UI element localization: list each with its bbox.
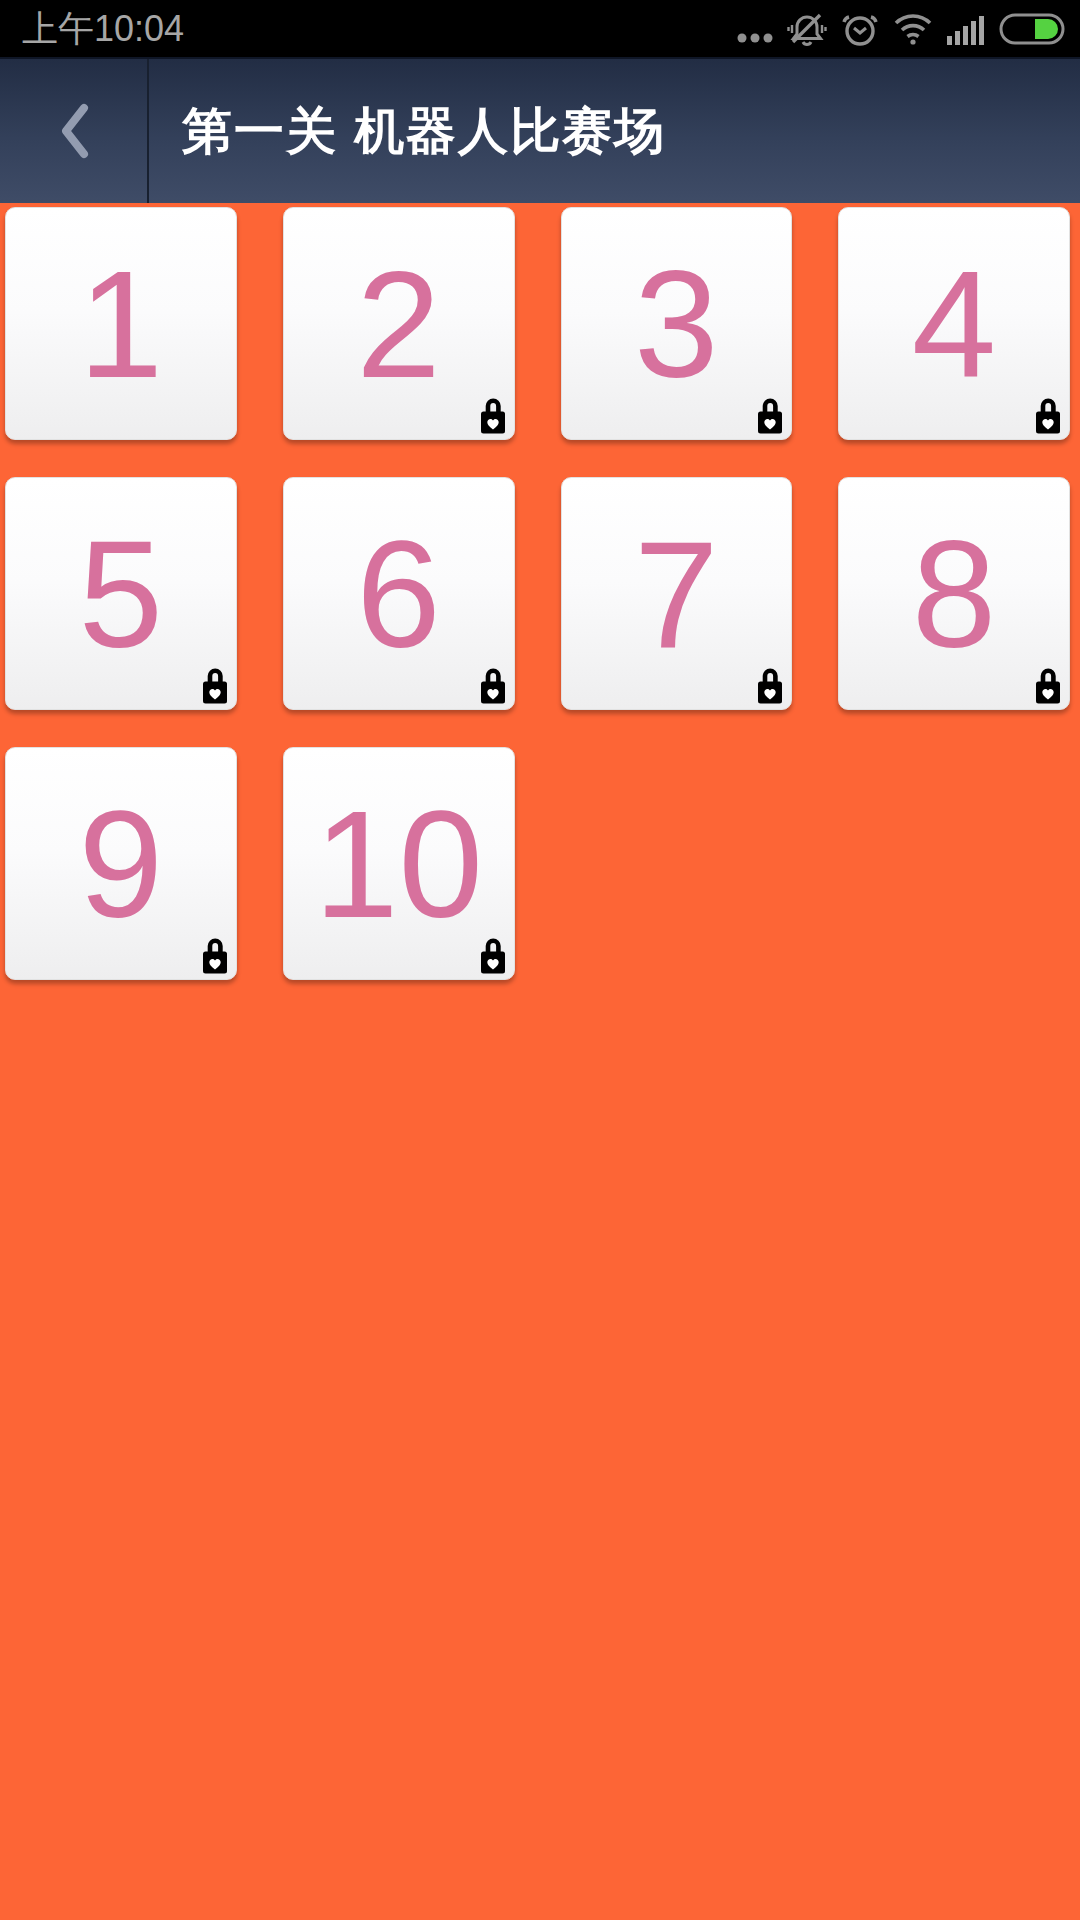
lock-icon <box>480 935 506 974</box>
level-tile[interactable]: 7 <box>561 477 793 710</box>
level-number: 4 <box>912 248 997 400</box>
level-number: 6 <box>356 518 441 670</box>
level-number: 10 <box>314 788 483 940</box>
level-number: 2 <box>356 248 441 400</box>
lock-icon <box>202 935 228 974</box>
level-number: 8 <box>912 518 997 670</box>
level-number: 7 <box>634 518 719 670</box>
level-tile[interactable]: 2 <box>283 207 515 440</box>
level-tile[interactable]: 6 <box>283 477 515 710</box>
alarm-clock-icon <box>841 11 879 47</box>
level-number: 1 <box>79 248 164 400</box>
level-tile[interactable]: 10 <box>283 747 515 980</box>
level-number: 9 <box>79 788 164 940</box>
mute-bell-icon <box>787 11 827 47</box>
battery-icon <box>999 13 1065 45</box>
lock-icon <box>757 665 783 704</box>
level-tile[interactable]: 3 <box>561 207 793 440</box>
level-number: 5 <box>79 518 164 670</box>
level-tile[interactable]: 1 <box>5 207 237 440</box>
lock-icon <box>757 395 783 434</box>
lock-icon <box>480 395 506 434</box>
lock-icon <box>480 665 506 704</box>
level-grid: 1 2 3 4 5 6 <box>0 203 1080 980</box>
lock-icon <box>202 665 228 704</box>
navbar: 第一关 机器人比赛场 <box>0 57 1080 203</box>
level-tile[interactable]: 5 <box>5 477 237 710</box>
signal-bars-icon <box>947 13 985 45</box>
page-title: 第一关 机器人比赛场 <box>149 59 666 203</box>
status-bar: 上午10:04 <box>0 0 1080 57</box>
back-button[interactable] <box>0 59 149 203</box>
more-notifications-icon <box>737 12 773 46</box>
level-number: 3 <box>634 248 719 400</box>
level-tile[interactable]: 4 <box>838 207 1070 440</box>
status-icons <box>737 11 1065 47</box>
chevron-left-icon <box>58 103 90 159</box>
clock-text: 上午10:04 <box>22 0 184 57</box>
level-tile[interactable]: 9 <box>5 747 237 980</box>
lock-icon <box>1035 665 1061 704</box>
lock-icon <box>1035 395 1061 434</box>
level-tile[interactable]: 8 <box>838 477 1070 710</box>
wifi-icon <box>893 13 933 45</box>
